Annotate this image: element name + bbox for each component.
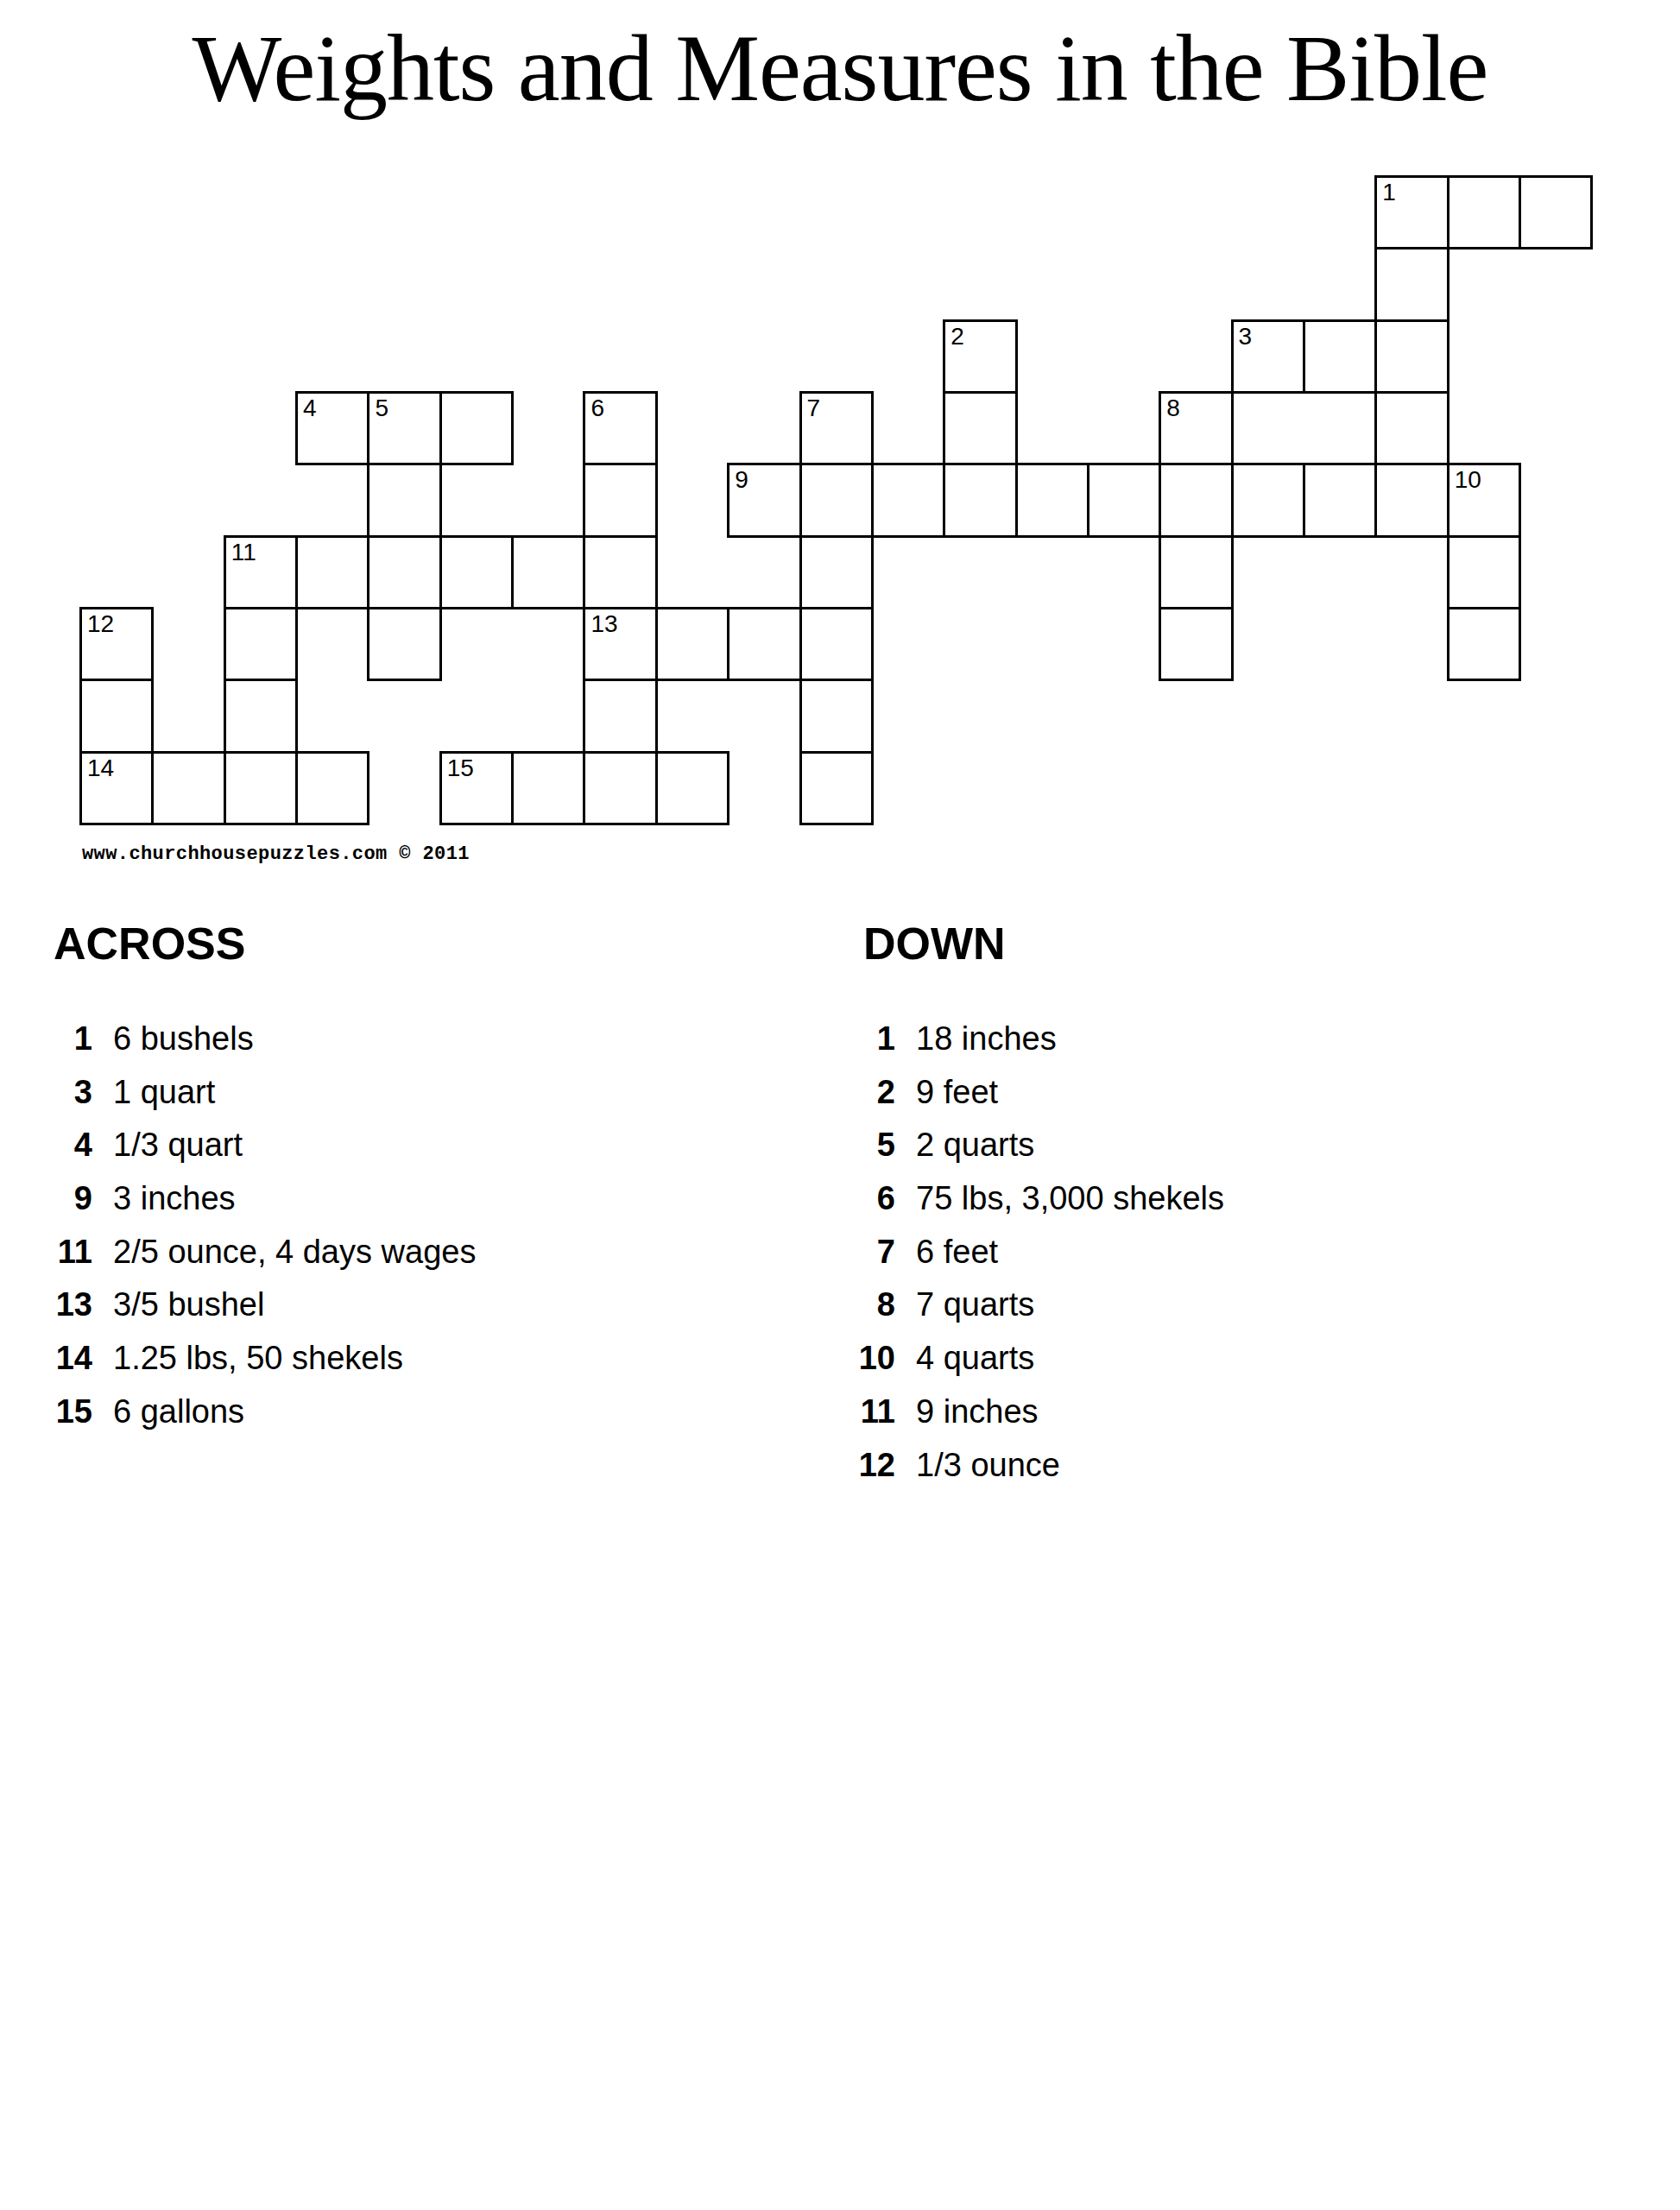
grid-cell-r4c11[interactable] xyxy=(871,463,945,537)
grid-cell-r6c4[interactable] xyxy=(367,607,441,681)
grid-cell-r8c10[interactable] xyxy=(799,751,874,825)
clue-number: 13 xyxy=(51,1279,92,1332)
clue-number: 10 xyxy=(854,1332,895,1386)
grid-cell-r6c0[interactable]: 12 xyxy=(79,607,154,681)
grid-cell-r2c18[interactable] xyxy=(1374,319,1449,394)
clue-text: 18 inches xyxy=(916,1013,1057,1066)
across-clue-4: 41/3 quart xyxy=(51,1119,793,1172)
clue-text: 9 inches xyxy=(916,1386,1039,1439)
grid-cell-r5c5[interactable] xyxy=(439,535,514,609)
clue-text: 2 quarts xyxy=(916,1119,1034,1172)
clue-number: 11 xyxy=(51,1226,92,1279)
clue-number: 5 xyxy=(854,1119,895,1172)
grid-cell-r8c2[interactable] xyxy=(224,751,298,825)
grid-cell-r5c7[interactable] xyxy=(583,535,657,609)
across-clue-13: 133/5 bushel xyxy=(51,1279,793,1332)
grid-cell-r3c3[interactable]: 4 xyxy=(295,391,369,465)
clue-text: 6 feet xyxy=(916,1226,998,1279)
grid-cell-r3c10[interactable]: 7 xyxy=(799,391,874,465)
across-clue-1: 16 bushels xyxy=(51,1013,793,1066)
clue-text: 1.25 lbs, 50 shekels xyxy=(113,1332,403,1386)
grid-cell-r8c6[interactable] xyxy=(511,751,585,825)
grid-cell-r8c8[interactable] xyxy=(655,751,729,825)
clue-text: 9 feet xyxy=(916,1066,998,1120)
grid-cell-r4c12[interactable] xyxy=(943,463,1017,537)
down-clue-6: 675 lbs, 3,000 shekels xyxy=(854,1172,1596,1226)
grid-cell-r4c15[interactable] xyxy=(1159,463,1233,537)
cell-number-11: 11 xyxy=(231,540,256,565)
cell-number-4: 4 xyxy=(303,395,317,420)
clue-number: 1 xyxy=(854,1013,895,1066)
grid-cell-r5c15[interactable] xyxy=(1159,535,1233,609)
grid-cell-r4c13[interactable] xyxy=(1015,463,1089,537)
grid-cell-r3c15[interactable]: 8 xyxy=(1159,391,1233,465)
grid-cell-r5c4[interactable] xyxy=(367,535,441,609)
grid-cell-r7c2[interactable] xyxy=(224,679,298,753)
grid-cell-r2c17[interactable] xyxy=(1303,319,1377,394)
down-clue-11: 119 inches xyxy=(854,1386,1596,1439)
across-clue-14: 141.25 lbs, 50 shekels xyxy=(51,1332,793,1386)
clue-text: 4 quarts xyxy=(916,1332,1034,1386)
cell-number-5: 5 xyxy=(375,395,388,420)
grid-cell-r6c19[interactable] xyxy=(1447,607,1521,681)
grid-cell-r4c14[interactable] xyxy=(1087,463,1161,537)
grid-cell-r4c4[interactable] xyxy=(367,463,441,537)
clue-text: 6 gallons xyxy=(113,1386,244,1439)
cell-number-15: 15 xyxy=(447,755,474,780)
grid-cell-r4c10[interactable] xyxy=(799,463,874,537)
grid-cell-r0c20[interactable] xyxy=(1519,175,1593,249)
cell-number-1: 1 xyxy=(1382,180,1396,205)
grid-cell-r6c8[interactable] xyxy=(655,607,729,681)
cell-number-3: 3 xyxy=(1239,324,1253,349)
grid-cell-r3c18[interactable] xyxy=(1374,391,1449,465)
grid-cell-r6c10[interactable] xyxy=(799,607,874,681)
clue-number: 14 xyxy=(51,1332,92,1386)
clue-number: 6 xyxy=(854,1172,895,1226)
cell-number-7: 7 xyxy=(807,395,821,420)
cell-number-8: 8 xyxy=(1166,395,1180,420)
grid-cell-r3c5[interactable] xyxy=(439,391,514,465)
clue-number: 9 xyxy=(51,1172,92,1226)
cell-number-13: 13 xyxy=(591,611,617,636)
across-clue-3: 31 quart xyxy=(51,1066,793,1120)
grid-cell-r1c18[interactable] xyxy=(1374,247,1449,321)
grid-cell-r6c9[interactable] xyxy=(727,607,801,681)
down-clue-7: 76 feet xyxy=(854,1226,1596,1279)
clue-number: 2 xyxy=(854,1066,895,1120)
clue-text: 1/3 ounce xyxy=(916,1439,1060,1493)
cell-number-6: 6 xyxy=(591,395,604,420)
clue-text: 1 quart xyxy=(113,1066,215,1120)
cell-number-2: 2 xyxy=(951,324,964,349)
clue-number: 4 xyxy=(51,1119,92,1172)
grid-cell-r8c1[interactable] xyxy=(151,751,225,825)
grid-cell-r8c0[interactable]: 14 xyxy=(79,751,154,825)
grid-cell-r5c6[interactable] xyxy=(511,535,585,609)
clue-text: 6 bushels xyxy=(113,1013,254,1066)
credit-line: www.churchhousepuzzles.com © 2011 xyxy=(82,843,470,865)
grid-cell-r4c9[interactable]: 9 xyxy=(727,463,801,537)
clue-text: 75 lbs, 3,000 shekels xyxy=(916,1172,1224,1226)
grid-cell-r7c7[interactable] xyxy=(583,679,657,753)
grid-cell-r5c19[interactable] xyxy=(1447,535,1521,609)
crossword-grid: 123456789101112131415 xyxy=(79,175,1597,828)
grid-cell-r3c12[interactable] xyxy=(943,391,1017,465)
grid-cell-r2c16[interactable]: 3 xyxy=(1231,319,1305,394)
puzzle-page: { "game": "crossword", "title": "Weights… xyxy=(0,0,1680,2210)
across-header: ACROSS xyxy=(54,918,245,969)
grid-cell-r0c18[interactable]: 1 xyxy=(1374,175,1449,249)
clue-number: 1 xyxy=(51,1013,92,1066)
cell-number-10: 10 xyxy=(1455,467,1481,492)
cell-number-12: 12 xyxy=(87,611,114,636)
clue-text: 3/5 bushel xyxy=(113,1279,264,1332)
grid-cell-r2c12[interactable]: 2 xyxy=(943,319,1017,394)
grid-cell-r7c0[interactable] xyxy=(79,679,154,753)
grid-cell-r6c7[interactable]: 13 xyxy=(583,607,657,681)
down-clue-2: 29 feet xyxy=(854,1066,1596,1120)
clue-number: 8 xyxy=(854,1279,895,1332)
page-title: Weights and Measures in the Bible xyxy=(0,14,1680,123)
across-clue-11: 112/5 ounce, 4 days wages xyxy=(51,1226,793,1279)
clue-text: 7 quarts xyxy=(916,1279,1034,1332)
grid-cell-r8c5[interactable]: 15 xyxy=(439,751,514,825)
grid-cell-r3c4[interactable]: 5 xyxy=(367,391,441,465)
grid-cell-r4c7[interactable] xyxy=(583,463,657,537)
clue-text: 2/5 ounce, 4 days wages xyxy=(113,1226,476,1279)
cell-number-14: 14 xyxy=(87,755,114,780)
down-clue-list: 118 inches29 feet52 quarts675 lbs, 3,000… xyxy=(854,1013,1596,1492)
down-header: DOWN xyxy=(863,918,1006,969)
clue-number: 11 xyxy=(854,1386,895,1439)
grid-cell-r3c7[interactable]: 6 xyxy=(583,391,657,465)
grid-cell-r8c7[interactable] xyxy=(583,751,657,825)
clue-number: 3 xyxy=(51,1066,92,1120)
clue-number: 7 xyxy=(854,1226,895,1279)
clue-number: 12 xyxy=(854,1439,895,1493)
down-clue-1: 118 inches xyxy=(854,1013,1596,1066)
down-clue-5: 52 quarts xyxy=(854,1119,1596,1172)
grid-cell-r4c17[interactable] xyxy=(1303,463,1377,537)
cell-number-9: 9 xyxy=(735,467,748,492)
across-clue-9: 93 inches xyxy=(51,1172,793,1226)
down-clue-10: 104 quarts xyxy=(854,1332,1596,1386)
grid-cell-r5c2[interactable]: 11 xyxy=(224,535,298,609)
clue-text: 1/3 quart xyxy=(113,1119,243,1172)
grid-cell-r4c16[interactable] xyxy=(1231,463,1305,537)
grid-cell-r6c15[interactable] xyxy=(1159,607,1233,681)
clue-number: 15 xyxy=(51,1386,92,1439)
grid-cell-r5c10[interactable] xyxy=(799,535,874,609)
grid-cell-r6c2[interactable] xyxy=(224,607,298,681)
down-clue-12: 121/3 ounce xyxy=(854,1439,1596,1493)
grid-cell-r4c19[interactable]: 10 xyxy=(1447,463,1521,537)
across-clue-list: 16 bushels31 quart41/3 quart93 inches112… xyxy=(51,1013,793,1439)
grid-cell-r8c3[interactable] xyxy=(295,751,369,825)
grid-cell-r5c3[interactable] xyxy=(295,535,369,609)
down-clue-8: 87 quarts xyxy=(854,1279,1596,1332)
grid-cell-r7c10[interactable] xyxy=(799,679,874,753)
grid-cell-r4c18[interactable] xyxy=(1374,463,1449,537)
across-clue-15: 156 gallons xyxy=(51,1386,793,1439)
clue-text: 3 inches xyxy=(113,1172,236,1226)
grid-cell-r0c19[interactable] xyxy=(1447,175,1521,249)
